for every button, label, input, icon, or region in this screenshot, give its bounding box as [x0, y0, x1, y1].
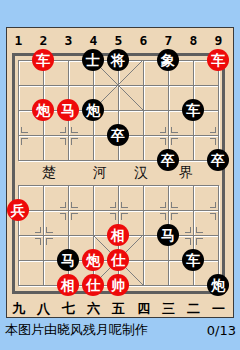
piece-black-soldier[interactable]: 卒 — [157, 149, 179, 171]
move-counter: 0/13 — [207, 323, 236, 338]
piece-black-general[interactable]: 将 — [107, 49, 129, 71]
piece-black-horse[interactable]: 马 — [57, 249, 79, 271]
piece-black-horse[interactable]: 马 — [157, 224, 179, 246]
piece-red-cannon[interactable]: 炮 — [32, 99, 54, 121]
piece-black-advisor[interactable]: 士 — [82, 49, 104, 71]
file-label-bottom-6: 四 — [133, 300, 154, 318]
piece-red-advisor[interactable]: 仕 — [82, 274, 104, 296]
river-char: 界 — [176, 164, 196, 182]
status-text: 本图片由晓风残月呢制作 — [5, 321, 148, 339]
file-label-bottom-1: 九 — [8, 300, 29, 318]
piece-black-chariot[interactable]: 车 — [182, 249, 204, 271]
river-char: 汉 — [131, 164, 151, 182]
file-label-bottom-2: 八 — [33, 300, 54, 318]
piece-black-soldier[interactable]: 卒 — [207, 149, 229, 171]
xiangqi-window: { "window": { "background": "#9CCAF5", "… — [0, 0, 240, 350]
piece-red-horse[interactable]: 马 — [57, 99, 79, 121]
piece-black-elephant[interactable]: 象 — [157, 49, 179, 71]
file-label-bottom-4: 六 — [83, 300, 104, 318]
piece-red-chariot[interactable]: 车 — [32, 49, 54, 71]
file-label-top-6: 6 — [133, 33, 154, 48]
piece-red-general[interactable]: 帅 — [107, 274, 129, 296]
piece-red-elephant[interactable]: 相 — [107, 224, 129, 246]
piece-black-cannon[interactable]: 炮 — [207, 274, 229, 296]
file-label-top-8: 8 — [183, 33, 204, 48]
piece-black-cannon[interactable]: 炮 — [82, 99, 104, 121]
file-label-bottom-3: 七 — [58, 300, 79, 318]
piece-red-cannon[interactable]: 炮 — [82, 249, 104, 271]
piece-red-elephant[interactable]: 相 — [57, 274, 79, 296]
file-label-top-7: 7 — [158, 33, 179, 48]
file-label-top-2: 2 — [33, 33, 54, 48]
status-bar: 本图片由晓风残月呢制作 0/13 — [5, 321, 236, 339]
file-label-top-5: 5 — [108, 33, 129, 48]
river-char: 河 — [90, 164, 110, 182]
piece-red-chariot[interactable]: 车 — [207, 49, 229, 71]
file-label-bottom-5: 五 — [108, 300, 129, 318]
piece-red-advisor[interactable]: 仕 — [107, 249, 129, 271]
file-label-bottom-8: 二 — [183, 300, 204, 318]
river-char: 楚 — [39, 164, 59, 182]
file-label-bottom-9: 一 — [208, 300, 229, 318]
file-label-top-4: 4 — [83, 33, 104, 48]
file-label-top-3: 3 — [58, 33, 79, 48]
piece-black-chariot[interactable]: 车 — [182, 99, 204, 121]
file-label-bottom-7: 三 — [158, 300, 179, 318]
piece-red-soldier[interactable]: 兵 — [7, 199, 29, 221]
piece-black-soldier[interactable]: 卒 — [107, 124, 129, 146]
file-label-top-9: 9 — [208, 33, 229, 48]
file-label-top-1: 1 — [8, 33, 29, 48]
